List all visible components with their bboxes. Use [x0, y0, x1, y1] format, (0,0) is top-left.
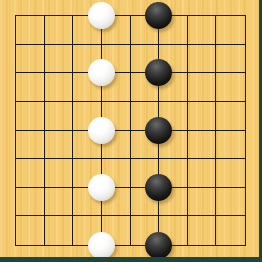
grid-cell [216, 188, 245, 217]
board-edge-bottom [0, 257, 262, 262]
go-board[interactable] [0, 0, 262, 262]
stone-black [145, 117, 172, 144]
grid-cell [16, 159, 45, 188]
grid-cell [45, 216, 74, 245]
grid-cell [216, 73, 245, 102]
grid-cell [16, 216, 45, 245]
grid-cell [45, 73, 74, 102]
grid-cell [45, 188, 74, 217]
grid-cell [188, 188, 217, 217]
grid-cell [188, 102, 217, 131]
stone-white [88, 232, 115, 259]
grid-cell [188, 45, 217, 74]
board-edge-right [259, 0, 262, 262]
grid-cell [16, 131, 45, 160]
grid-cell [16, 45, 45, 74]
grid-cell [16, 102, 45, 131]
grid-cell [188, 216, 217, 245]
grid-cell [45, 159, 74, 188]
stone-black [145, 232, 172, 259]
grid-cell [16, 16, 45, 45]
grid-cell [216, 159, 245, 188]
grid-cell [45, 131, 74, 160]
stone-white [88, 2, 115, 29]
stone-white [88, 174, 115, 201]
grid-cell [16, 73, 45, 102]
grid-cell [188, 131, 217, 160]
board-grid [15, 15, 246, 246]
grid-cell [45, 102, 74, 131]
grid-cell [16, 188, 45, 217]
grid-cell [216, 131, 245, 160]
grid-cell [216, 216, 245, 245]
grid-cell [216, 16, 245, 45]
grid-cell [216, 45, 245, 74]
grid-cell [45, 16, 74, 45]
grid-cell [188, 16, 217, 45]
grid-cell [188, 73, 217, 102]
stone-black [145, 2, 172, 29]
stone-white [88, 117, 115, 144]
grid-cell [188, 159, 217, 188]
stone-white [88, 59, 115, 86]
grid-cell [216, 102, 245, 131]
grid-cell [45, 45, 74, 74]
